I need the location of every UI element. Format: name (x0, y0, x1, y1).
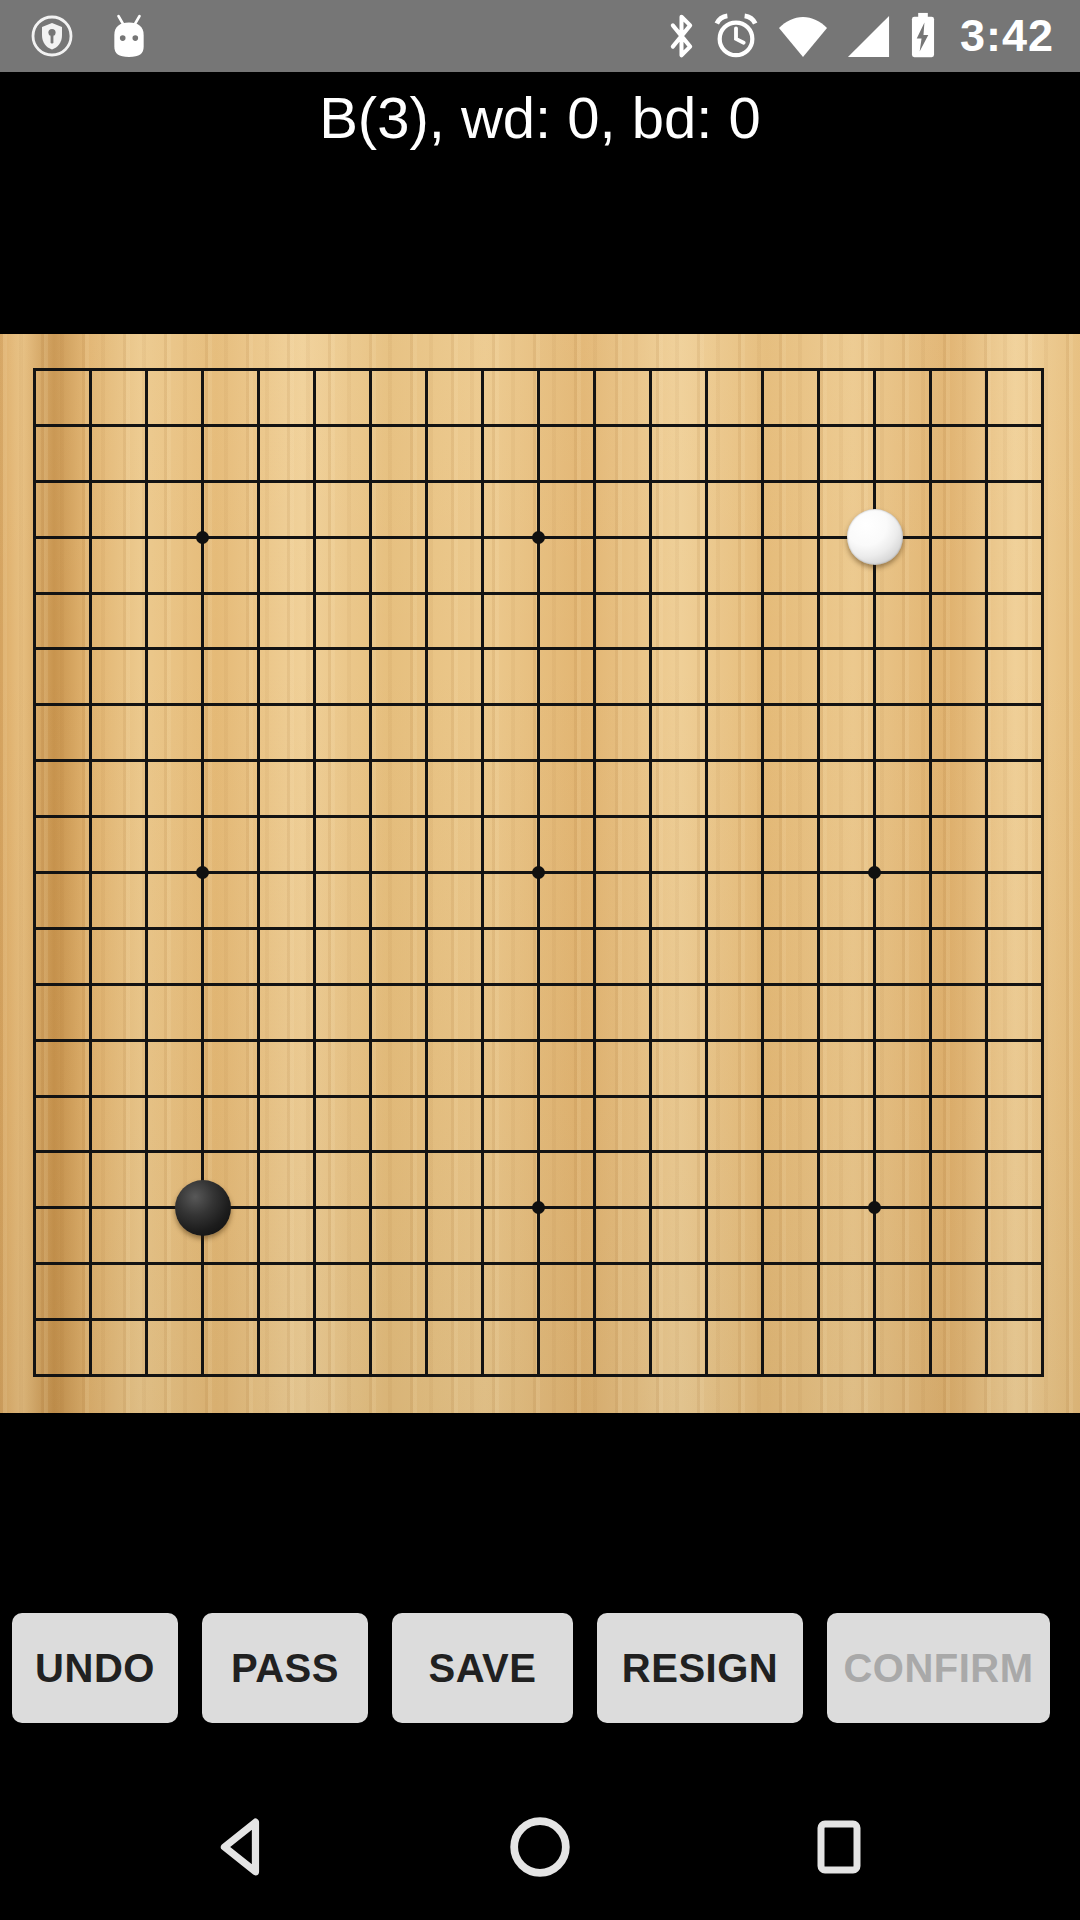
star-point (196, 531, 209, 544)
toolbar: UNDO PASS SAVE RESIGN CONFIRM (12, 1613, 1050, 1723)
shield-key-icon (30, 14, 74, 58)
resign-button[interactable]: RESIGN (597, 1613, 803, 1723)
nav-back-button[interactable] (209, 1816, 273, 1880)
status-time: 3:42 (960, 10, 1054, 62)
black-stone[interactable] (175, 1180, 231, 1236)
star-point (532, 1201, 545, 1214)
undo-button[interactable]: UNDO (12, 1613, 178, 1723)
star-point (196, 866, 209, 879)
nav-home-button[interactable] (508, 1816, 572, 1880)
status-bar: 3:42 (0, 0, 1080, 72)
signal-icon (846, 14, 891, 59)
nav-recents-button[interactable] (807, 1816, 871, 1880)
home-icon (509, 1816, 571, 1881)
android-nav-bar (0, 1776, 1080, 1920)
wifi-icon (777, 14, 829, 58)
recents-icon (813, 1816, 865, 1881)
star-point (868, 1201, 881, 1214)
star-point (532, 531, 545, 544)
white-stone[interactable] (847, 509, 903, 565)
game-status-title: B(3), wd: 0, bd: 0 (0, 72, 1080, 164)
confirm-button[interactable]: CONFIRM (827, 1613, 1050, 1723)
pass-button[interactable]: PASS (202, 1613, 368, 1723)
back-icon (214, 1816, 268, 1881)
bluetooth-icon (668, 12, 695, 60)
save-button[interactable]: SAVE (392, 1613, 573, 1723)
star-point (532, 866, 545, 879)
battery-charging-icon (908, 11, 938, 61)
go-board[interactable] (0, 334, 1080, 1413)
android-robot-icon (110, 14, 148, 58)
board-grid[interactable] (33, 368, 1044, 1377)
alarm-icon (712, 12, 760, 60)
star-point (868, 866, 881, 879)
